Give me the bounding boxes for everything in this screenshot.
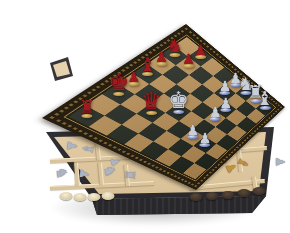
piece-base (142, 72, 153, 76)
tray-piece-silver-pawn: ♟ (108, 156, 121, 168)
checker-dark (253, 187, 266, 195)
piece-red-bishop-a5: ♝ (139, 55, 156, 74)
piece-base (195, 55, 206, 59)
piece-base (210, 117, 221, 121)
piece-blue-bishop-h8: ♝ (256, 89, 273, 108)
piece-blue-pawn-f3: ♟ (187, 123, 200, 137)
tray-piece-silver-pawn: ♟ (77, 168, 91, 181)
piece-base (187, 135, 198, 139)
piece-base (128, 82, 139, 86)
piece-base (113, 92, 124, 96)
piece-red-knight-a7: ♞ (167, 37, 183, 55)
checker-light (88, 193, 101, 201)
chess-set-photo: ♟♝♞♟♞♜♟♜♟♝♟♟ ♟♞♟♟♝♟♚♛♜♟♞♜♝♟♟♟♚♟♟ (0, 0, 290, 233)
piece-base (82, 114, 93, 118)
piece-blue-pawn-f5: ♟ (209, 105, 222, 119)
piece-red-pawn-b8: ♟ (194, 43, 207, 57)
checker-dark (206, 192, 219, 200)
piece-blue-pawn-e7: ♟ (219, 79, 232, 93)
tray-piece-silver-knight: ♞ (54, 166, 69, 180)
tray-piece-silver-bishop: ♝ (80, 142, 96, 157)
piece-base (259, 106, 270, 110)
piece-red-pawn-a6: ♟ (155, 50, 168, 64)
checker-light (74, 193, 87, 201)
checker-dark (190, 193, 203, 201)
piece-base (183, 64, 194, 68)
piece-blue-king-d4: ♚ (168, 89, 189, 112)
piece-red-king-a3: ♚ (109, 71, 130, 94)
checker-dark (222, 191, 235, 199)
tray-piece-silver-pawn: ♟ (274, 157, 286, 168)
tray-piece-silver-rook: ♜ (123, 169, 137, 182)
piece-base (169, 53, 180, 57)
checker-dark (238, 189, 251, 197)
piece-blue-pawn-g3: ♟ (199, 131, 212, 145)
piece-base (173, 110, 184, 114)
piece-base (156, 62, 167, 66)
piece-base (220, 108, 231, 112)
checker-light (60, 192, 73, 200)
tray-piece-silver-pawn: ♟ (65, 140, 79, 153)
piece-base (146, 111, 157, 115)
checker-light (102, 192, 115, 200)
piece-red-rook-a1: ♜ (79, 98, 95, 116)
piece-base (200, 143, 211, 147)
piece-red-pawn-b7: ♟ (182, 52, 195, 66)
piece-red-queen-c3: ♛ (141, 90, 162, 113)
